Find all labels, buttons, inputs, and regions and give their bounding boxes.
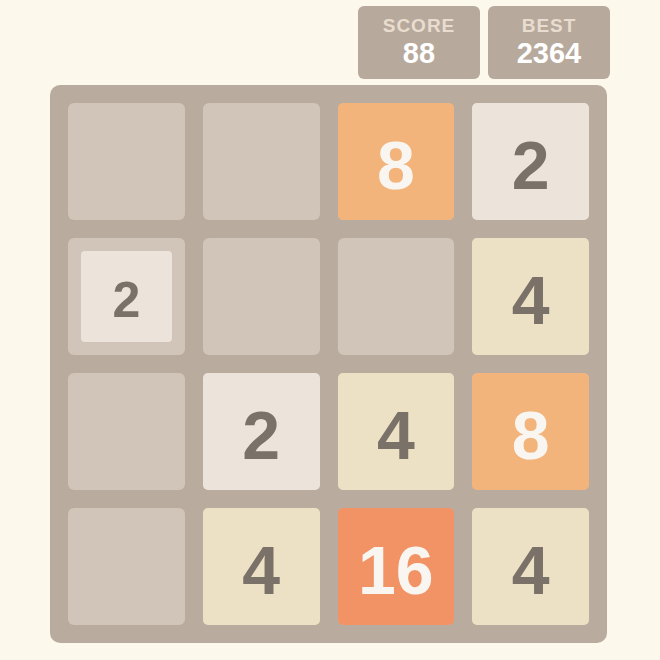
- tile-value: 4: [512, 531, 550, 609]
- board-cell-r2c3: [338, 238, 455, 355]
- best-score-box: BEST 2364: [488, 6, 610, 79]
- tile-value: 4: [377, 396, 415, 474]
- tile-value: 4: [242, 531, 280, 609]
- tile-value: 8: [377, 126, 415, 204]
- tile-4: 4: [203, 508, 320, 625]
- best-label: BEST: [522, 15, 577, 37]
- score-label: SCORE: [383, 15, 456, 37]
- tile-4: 4: [472, 508, 589, 625]
- tile-value: 2: [512, 126, 550, 204]
- board-cell-r2c2: [203, 238, 320, 355]
- tile-2-new: 2: [81, 251, 172, 342]
- tile-4: 4: [338, 373, 455, 490]
- tile-value: 8: [512, 396, 550, 474]
- best-value: 2364: [517, 37, 582, 70]
- tile-value: 2: [112, 271, 140, 329]
- board-cell-r4c3: 16: [338, 508, 455, 625]
- score-box: SCORE 88: [358, 6, 480, 79]
- board-cell-r3c2: 2: [203, 373, 320, 490]
- board-cell-r1c2: [203, 103, 320, 220]
- board-cell-r4c2: 4: [203, 508, 320, 625]
- tile-16: 16: [338, 508, 455, 625]
- tile-2: 2: [472, 103, 589, 220]
- tile-2: 2: [203, 373, 320, 490]
- board-cell-r4c4: 4: [472, 508, 589, 625]
- tile-grid: 82242484164: [68, 103, 589, 625]
- board-cell-r3c3: 4: [338, 373, 455, 490]
- score-value: 88: [403, 37, 435, 70]
- board-cell-r3c4: 8: [472, 373, 589, 490]
- tile-value: 16: [358, 531, 434, 609]
- board-cell-r1c4: 2: [472, 103, 589, 220]
- tile-4: 4: [472, 238, 589, 355]
- tile-8: 8: [472, 373, 589, 490]
- board-cell-r2c1: 2: [68, 238, 185, 355]
- board-cell-r4c1: [68, 508, 185, 625]
- board-cell-r1c3: 8: [338, 103, 455, 220]
- tile-value: 2: [242, 396, 280, 474]
- page-background: { "game": "2048", "position": { "rows": …: [0, 0, 660, 660]
- tile-value: 4: [512, 261, 550, 339]
- tile-8: 8: [338, 103, 455, 220]
- board-cell-r2c4: 4: [472, 238, 589, 355]
- board-cell-r1c1: [68, 103, 185, 220]
- board-cell-r3c1: [68, 373, 185, 490]
- game-board: 82242484164: [50, 85, 607, 643]
